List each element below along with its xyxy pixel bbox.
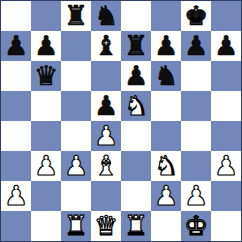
square-a6[interactable] xyxy=(1,61,31,91)
piece-white-pawn[interactable]: ♟ xyxy=(154,181,178,211)
piece-black-pawn[interactable]: ♟ xyxy=(214,31,238,61)
square-f5[interactable] xyxy=(151,91,181,121)
piece-black-knight[interactable]: ♞ xyxy=(94,1,118,31)
square-e3[interactable] xyxy=(121,151,151,181)
square-a1[interactable] xyxy=(1,211,31,241)
piece-white-rook[interactable]: ♜ xyxy=(124,211,148,241)
square-g1[interactable]: ♚ xyxy=(181,211,211,241)
piece-black-rook[interactable]: ♜ xyxy=(64,1,88,31)
square-g2[interactable]: ♟ xyxy=(181,181,211,211)
square-f7[interactable]: ♟ xyxy=(151,31,181,61)
square-d4[interactable]: ♟ xyxy=(91,121,121,151)
piece-white-rook[interactable]: ♜ xyxy=(64,211,88,241)
piece-black-queen[interactable]: ♛ xyxy=(34,61,58,91)
square-h6[interactable] xyxy=(211,61,241,91)
square-c3[interactable]: ♟ xyxy=(61,151,91,181)
piece-white-king[interactable]: ♚ xyxy=(184,211,208,241)
square-b5[interactable] xyxy=(31,91,61,121)
square-h1[interactable] xyxy=(211,211,241,241)
square-g5[interactable] xyxy=(181,91,211,121)
square-d3[interactable]: ♝ xyxy=(91,151,121,181)
square-g7[interactable]: ♟ xyxy=(181,31,211,61)
piece-black-bishop[interactable]: ♝ xyxy=(94,31,118,61)
square-h3[interactable]: ♟ xyxy=(211,151,241,181)
square-e5[interactable]: ♞ xyxy=(121,91,151,121)
square-f3[interactable]: ♞ xyxy=(151,151,181,181)
piece-white-pawn[interactable]: ♟ xyxy=(64,151,88,181)
square-g6[interactable] xyxy=(181,61,211,91)
square-d2[interactable] xyxy=(91,181,121,211)
square-f1[interactable] xyxy=(151,211,181,241)
square-f6[interactable]: ♞ xyxy=(151,61,181,91)
square-a8[interactable] xyxy=(1,1,31,31)
square-d7[interactable]: ♝ xyxy=(91,31,121,61)
square-d5[interactable]: ♟ xyxy=(91,91,121,121)
square-c1[interactable]: ♜ xyxy=(61,211,91,241)
square-c2[interactable] xyxy=(61,181,91,211)
square-a4[interactable] xyxy=(1,121,31,151)
square-h4[interactable] xyxy=(211,121,241,151)
piece-white-pawn[interactable]: ♟ xyxy=(94,121,118,151)
piece-black-rook[interactable]: ♜ xyxy=(124,31,148,61)
square-f2[interactable]: ♟ xyxy=(151,181,181,211)
square-e8[interactable] xyxy=(121,1,151,31)
square-f4[interactable] xyxy=(151,121,181,151)
square-b4[interactable] xyxy=(31,121,61,151)
piece-black-king[interactable]: ♚ xyxy=(184,1,208,31)
square-h5[interactable] xyxy=(211,91,241,121)
piece-black-pawn[interactable]: ♟ xyxy=(94,91,118,121)
square-g4[interactable] xyxy=(181,121,211,151)
piece-black-pawn[interactable]: ♟ xyxy=(34,31,58,61)
square-b8[interactable] xyxy=(31,1,61,31)
square-c6[interactable] xyxy=(61,61,91,91)
square-a3[interactable] xyxy=(1,151,31,181)
piece-white-pawn[interactable]: ♟ xyxy=(4,181,28,211)
square-h8[interactable] xyxy=(211,1,241,31)
square-e4[interactable] xyxy=(121,121,151,151)
square-d6[interactable] xyxy=(91,61,121,91)
piece-white-knight[interactable]: ♞ xyxy=(154,151,178,181)
piece-black-pawn[interactable]: ♟ xyxy=(154,31,178,61)
square-c8[interactable]: ♜ xyxy=(61,1,91,31)
piece-white-pawn[interactable]: ♟ xyxy=(34,151,58,181)
square-g3[interactable] xyxy=(181,151,211,181)
square-b3[interactable]: ♟ xyxy=(31,151,61,181)
square-b1[interactable] xyxy=(31,211,61,241)
square-e7[interactable]: ♜ xyxy=(121,31,151,61)
piece-black-pawn[interactable]: ♟ xyxy=(184,31,208,61)
square-h7[interactable]: ♟ xyxy=(211,31,241,61)
square-c7[interactable] xyxy=(61,31,91,61)
piece-white-knight[interactable]: ♞ xyxy=(124,91,148,121)
piece-black-pawn[interactable]: ♟ xyxy=(124,61,148,91)
chess-board-frame: ♜♞♚♟♟♝♜♟♟♟♛♟♞♟♞♟♟♟♝♞♟♟♟♟♜♛♜♚ xyxy=(0,0,242,242)
square-e1[interactable]: ♜ xyxy=(121,211,151,241)
square-c4[interactable] xyxy=(61,121,91,151)
square-b2[interactable] xyxy=(31,181,61,211)
square-e2[interactable] xyxy=(121,181,151,211)
square-h2[interactable] xyxy=(211,181,241,211)
piece-black-pawn[interactable]: ♟ xyxy=(4,31,28,61)
square-b6[interactable]: ♛ xyxy=(31,61,61,91)
square-e6[interactable]: ♟ xyxy=(121,61,151,91)
square-d8[interactable]: ♞ xyxy=(91,1,121,31)
piece-white-pawn[interactable]: ♟ xyxy=(184,181,208,211)
piece-white-queen[interactable]: ♛ xyxy=(94,211,118,241)
square-c5[interactable] xyxy=(61,91,91,121)
piece-white-pawn[interactable]: ♟ xyxy=(214,151,238,181)
square-a7[interactable]: ♟ xyxy=(1,31,31,61)
square-f8[interactable] xyxy=(151,1,181,31)
chess-board: ♜♞♚♟♟♝♜♟♟♟♛♟♞♟♞♟♟♟♝♞♟♟♟♟♜♛♜♚ xyxy=(1,1,241,241)
square-d1[interactable]: ♛ xyxy=(91,211,121,241)
square-a5[interactable] xyxy=(1,91,31,121)
square-g8[interactable]: ♚ xyxy=(181,1,211,31)
square-b7[interactable]: ♟ xyxy=(31,31,61,61)
piece-white-bishop[interactable]: ♝ xyxy=(94,151,118,181)
square-a2[interactable]: ♟ xyxy=(1,181,31,211)
piece-black-knight[interactable]: ♞ xyxy=(154,61,178,91)
